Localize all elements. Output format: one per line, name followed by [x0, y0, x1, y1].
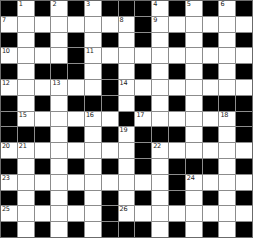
black-cell-r10c4	[68, 159, 84, 174]
clue-number-9: 9	[153, 17, 157, 24]
black-cell-r8c14	[236, 127, 252, 142]
black-cell-r8c1	[18, 127, 34, 142]
black-cell-r4c6	[102, 64, 118, 79]
white-cell-r0c3[interactable]: 2	[51, 1, 67, 16]
clue-number-18: 18	[220, 112, 228, 119]
white-cell-r5c4[interactable]	[68, 80, 84, 95]
white-cell-r12c1[interactable]	[18, 191, 34, 206]
black-cell-r6c5	[85, 96, 101, 111]
white-cell-r3c5[interactable]: 11	[85, 48, 101, 63]
black-cell-r12c14	[236, 191, 252, 206]
white-cell-r11c3[interactable]	[51, 175, 67, 190]
black-cell-r2c0	[1, 33, 17, 48]
white-cell-r10c5[interactable]	[85, 159, 101, 174]
white-cell-r7c4[interactable]	[68, 112, 84, 127]
white-cell-r11c7[interactable]	[119, 175, 135, 190]
white-cell-r13c11[interactable]	[186, 206, 202, 221]
black-cell-r12c2	[35, 191, 51, 206]
white-cell-r1c1[interactable]	[18, 17, 34, 32]
black-cell-r14c12	[203, 222, 219, 237]
white-cell-r4c1[interactable]	[18, 64, 34, 79]
black-cell-r12c12	[203, 191, 219, 206]
white-cell-r13c3[interactable]	[51, 206, 67, 221]
black-cell-r6c10	[169, 96, 185, 111]
black-cell-r7c0	[1, 112, 17, 127]
white-cell-r2c13[interactable]	[219, 33, 235, 48]
black-cell-r14c0	[1, 222, 17, 237]
black-cell-r8c12	[203, 127, 219, 142]
white-cell-r2c11[interactable]	[186, 33, 202, 48]
white-cell-r7c1[interactable]: 15	[18, 112, 34, 127]
white-cell-r2c1[interactable]	[18, 33, 34, 48]
white-cell-r6c9[interactable]	[152, 96, 168, 111]
black-cell-r0c8	[135, 1, 151, 16]
black-cell-r4c0	[1, 64, 17, 79]
white-cell-r12c7[interactable]	[119, 191, 135, 206]
black-cell-r6c12	[203, 96, 219, 111]
black-cell-r8c4	[68, 127, 84, 142]
clue-number-15: 15	[19, 112, 27, 119]
clue-number-8: 8	[120, 17, 124, 24]
white-cell-r9c9[interactable]: 22	[152, 143, 168, 158]
white-cell-r11c5[interactable]	[85, 175, 101, 190]
white-cell-r12c5[interactable]	[85, 191, 101, 206]
clue-number-19: 19	[120, 127, 128, 134]
white-cell-r13c14[interactable]	[236, 206, 252, 221]
white-cell-r3c0[interactable]: 10	[1, 48, 17, 63]
black-cell-r2c10	[169, 33, 185, 48]
white-cell-r1c5[interactable]	[85, 17, 101, 32]
clue-number-10: 10	[2, 48, 10, 55]
white-cell-r13c10[interactable]	[169, 206, 185, 221]
black-cell-r6c6	[102, 96, 118, 111]
clue-number-25: 25	[2, 206, 10, 213]
white-cell-r1c11[interactable]	[186, 17, 202, 32]
white-cell-r13c13[interactable]	[219, 206, 235, 221]
black-cell-r0c4	[68, 1, 84, 16]
crossword-page: 1234567891011121314151617181920212223242…	[0, 0, 253, 238]
black-cell-r4c4	[68, 64, 84, 79]
black-cell-r8c10	[169, 127, 185, 142]
black-cell-r10c10	[169, 159, 185, 174]
white-cell-r7c2[interactable]	[35, 112, 51, 127]
white-cell-r1c6[interactable]	[102, 17, 118, 32]
white-cell-r11c6[interactable]	[102, 175, 118, 190]
white-cell-r8c3[interactable]	[51, 127, 67, 142]
white-cell-r11c11[interactable]: 24	[186, 175, 202, 190]
black-cell-r6c2	[35, 96, 51, 111]
crossword-grid: 1234567891011121314151617181920212223242…	[0, 0, 253, 238]
clue-number-4: 4	[153, 1, 157, 8]
white-cell-r0c1[interactable]: 1	[18, 1, 34, 16]
white-cell-r8c13[interactable]	[219, 127, 235, 142]
black-cell-r2c14	[236, 33, 252, 48]
black-cell-r8c0	[1, 127, 17, 142]
clue-number-24: 24	[187, 175, 195, 182]
black-cell-r14c14	[236, 222, 252, 237]
black-cell-r8c2	[35, 127, 51, 142]
white-cell-r9c14[interactable]	[236, 143, 252, 158]
white-cell-r11c1[interactable]	[18, 175, 34, 190]
clue-number-6: 6	[220, 1, 224, 8]
white-cell-r9c7[interactable]	[119, 143, 135, 158]
white-cell-r11c2[interactable]	[35, 175, 51, 190]
white-cell-r9c0[interactable]: 20	[1, 143, 17, 158]
white-cell-r11c8[interactable]	[135, 175, 151, 190]
clue-number-26: 26	[120, 206, 128, 213]
white-cell-r5c8[interactable]	[135, 80, 151, 95]
white-cell-r3c9[interactable]	[152, 48, 168, 63]
white-cell-r2c7[interactable]	[119, 33, 135, 48]
black-cell-r4c12	[203, 64, 219, 79]
white-cell-r9c12[interactable]	[203, 143, 219, 158]
clue-number-14: 14	[120, 80, 128, 87]
black-cell-r10c6	[102, 159, 118, 174]
white-cell-r2c3[interactable]	[51, 33, 67, 48]
white-cell-r1c4[interactable]	[68, 17, 84, 32]
white-cell-r1c13[interactable]	[219, 17, 235, 32]
white-cell-r6c1[interactable]	[18, 96, 34, 111]
white-cell-r1c14[interactable]	[236, 17, 252, 32]
black-cell-r7c14	[236, 112, 252, 127]
clue-number-23: 23	[2, 175, 10, 182]
black-cell-r12c0	[1, 191, 17, 206]
white-cell-r14c5[interactable]	[85, 222, 101, 237]
white-cell-r3c8[interactable]	[135, 48, 151, 63]
white-cell-r8c7[interactable]: 19	[119, 127, 135, 142]
black-cell-r4c3	[51, 64, 67, 79]
white-cell-r11c9[interactable]	[152, 175, 168, 190]
black-cell-r10c2	[35, 159, 51, 174]
white-cell-r5c1[interactable]	[18, 80, 34, 95]
black-cell-r14c10	[169, 222, 185, 237]
white-cell-r12c13[interactable]	[219, 191, 235, 206]
black-cell-r14c2	[35, 222, 51, 237]
clue-number-20: 20	[2, 143, 10, 150]
black-cell-r5c6	[102, 80, 118, 95]
white-cell-r5c14[interactable]	[236, 80, 252, 95]
white-cell-r5c5[interactable]	[85, 80, 101, 95]
black-cell-r10c0	[1, 159, 17, 174]
clue-number-7: 7	[2, 17, 6, 24]
black-cell-r10c12	[203, 159, 219, 174]
black-cell-r0c0	[1, 1, 17, 16]
black-cell-r6c0	[1, 96, 17, 111]
black-cell-r0c6	[102, 1, 118, 16]
white-cell-r8c11[interactable]	[186, 127, 202, 142]
black-cell-r3c4	[68, 48, 84, 63]
white-cell-r5c2[interactable]	[35, 80, 51, 95]
white-cell-r5c9[interactable]	[152, 80, 168, 95]
black-cell-r6c14	[236, 96, 252, 111]
black-cell-r7c7	[119, 112, 135, 127]
black-cell-r0c7	[119, 1, 135, 16]
white-cell-r13c8[interactable]	[135, 206, 151, 221]
white-cell-r10c3[interactable]	[51, 159, 67, 174]
white-cell-r14c3[interactable]	[51, 222, 67, 237]
black-cell-r2c12	[203, 33, 219, 48]
black-cell-r13c6	[102, 206, 118, 221]
clue-number-22: 22	[153, 143, 161, 150]
clue-number-11: 11	[86, 48, 94, 55]
white-cell-r1c12[interactable]	[203, 17, 219, 32]
black-cell-r1c8	[135, 17, 151, 32]
clue-number-5: 5	[187, 1, 191, 8]
white-cell-r4c7[interactable]	[119, 64, 135, 79]
black-cell-r4c8	[135, 64, 151, 79]
white-cell-r13c5[interactable]	[85, 206, 101, 221]
white-cell-r0c5[interactable]: 3	[85, 1, 101, 16]
white-cell-r0c13[interactable]: 6	[219, 1, 235, 16]
white-cell-r7c5[interactable]: 16	[85, 112, 101, 127]
white-cell-r12c9[interactable]	[152, 191, 168, 206]
white-cell-r1c0[interactable]: 7	[1, 17, 17, 32]
white-cell-r6c7[interactable]	[119, 96, 135, 111]
white-cell-r11c12[interactable]	[203, 175, 219, 190]
black-cell-r14c8	[135, 222, 151, 237]
black-cell-r6c8	[135, 96, 151, 111]
white-cell-r5c11[interactable]	[186, 80, 202, 95]
white-cell-r13c7[interactable]: 26	[119, 206, 135, 221]
white-cell-r11c4[interactable]	[68, 175, 84, 190]
clue-number-2: 2	[52, 1, 56, 8]
black-cell-r2c2	[35, 33, 51, 48]
white-cell-r13c12[interactable]	[203, 206, 219, 221]
black-cell-r0c12	[203, 1, 219, 16]
white-cell-r11c13[interactable]	[219, 175, 235, 190]
white-cell-r2c9[interactable]	[152, 33, 168, 48]
white-cell-r1c7[interactable]: 8	[119, 17, 135, 32]
black-cell-r2c8	[135, 33, 151, 48]
white-cell-r14c9[interactable]	[152, 222, 168, 237]
white-cell-r7c10[interactable]	[169, 112, 185, 127]
white-cell-r11c14[interactable]	[236, 175, 252, 190]
white-cell-r9c10[interactable]	[169, 143, 185, 158]
white-cell-r10c7[interactable]	[119, 159, 135, 174]
white-cell-r0c9[interactable]: 4	[152, 1, 168, 16]
black-cell-r10c14	[236, 159, 252, 174]
white-cell-r3c7[interactable]	[119, 48, 135, 63]
black-cell-r4c10	[169, 64, 185, 79]
white-cell-r14c1[interactable]	[18, 222, 34, 237]
clue-number-1: 1	[19, 1, 23, 8]
white-cell-r11c0[interactable]: 23	[1, 175, 17, 190]
black-cell-r12c8	[135, 191, 151, 206]
white-cell-r1c3[interactable]	[51, 17, 67, 32]
white-cell-r7c11[interactable]	[186, 112, 202, 127]
white-cell-r9c13[interactable]	[219, 143, 235, 158]
black-cell-r10c11	[186, 159, 202, 174]
black-cell-r12c4	[68, 191, 84, 206]
white-cell-r4c5[interactable]	[85, 64, 101, 79]
black-cell-r2c6	[102, 33, 118, 48]
white-cell-r5c13[interactable]	[219, 80, 235, 95]
white-cell-r6c11[interactable]	[186, 96, 202, 111]
white-cell-r4c11[interactable]	[186, 64, 202, 79]
white-cell-r3c6[interactable]	[102, 48, 118, 63]
black-cell-r8c6	[102, 127, 118, 142]
white-cell-r3c11[interactable]	[186, 48, 202, 63]
black-cell-r6c13	[219, 96, 235, 111]
black-cell-r2c4	[68, 33, 84, 48]
white-cell-r9c1[interactable]: 21	[18, 143, 34, 158]
black-cell-r4c2	[35, 64, 51, 79]
white-cell-r0c11[interactable]: 5	[186, 1, 202, 16]
white-cell-r10c1[interactable]	[18, 159, 34, 174]
white-cell-r12c11[interactable]	[186, 191, 202, 206]
clue-number-21: 21	[19, 143, 27, 150]
white-cell-r13c4[interactable]	[68, 206, 84, 221]
clue-number-3: 3	[86, 1, 90, 8]
white-cell-r9c2[interactable]	[35, 143, 51, 158]
white-cell-r7c6[interactable]	[102, 112, 118, 127]
black-cell-r12c6	[102, 191, 118, 206]
white-cell-r4c13[interactable]	[219, 64, 235, 79]
white-cell-r7c12[interactable]	[203, 112, 219, 127]
black-cell-r4c14	[236, 64, 252, 79]
white-cell-r3c10[interactable]	[169, 48, 185, 63]
white-cell-r14c11[interactable]	[186, 222, 202, 237]
white-cell-r12c3[interactable]	[51, 191, 67, 206]
black-cell-r12c10	[169, 191, 185, 206]
white-cell-r5c0[interactable]: 12	[1, 80, 17, 95]
white-cell-r5c7[interactable]: 14	[119, 80, 135, 95]
black-cell-r8c9	[152, 127, 168, 142]
black-cell-r0c10	[169, 1, 185, 16]
white-cell-r7c8[interactable]: 17	[135, 112, 151, 127]
black-cell-r8c8	[135, 127, 151, 142]
clue-number-17: 17	[136, 112, 144, 119]
white-cell-r6c3[interactable]	[51, 96, 67, 111]
white-cell-r13c9[interactable]	[152, 206, 168, 221]
white-cell-r3c12[interactable]	[203, 48, 219, 63]
white-cell-r3c13[interactable]	[219, 48, 235, 63]
white-cell-r10c13[interactable]	[219, 159, 235, 174]
white-cell-r1c9[interactable]: 9	[152, 17, 168, 32]
white-cell-r13c1[interactable]	[18, 206, 34, 221]
clue-number-12: 12	[2, 80, 10, 87]
white-cell-r8c5[interactable]	[85, 127, 101, 142]
white-cell-r13c0[interactable]: 25	[1, 206, 17, 221]
white-cell-r10c9[interactable]	[152, 159, 168, 174]
white-cell-r4c9[interactable]	[152, 64, 168, 79]
black-cell-r0c2	[35, 1, 51, 16]
white-cell-r3c3[interactable]	[51, 48, 67, 63]
white-cell-r5c3[interactable]: 13	[51, 80, 67, 95]
white-cell-r13c2[interactable]	[35, 206, 51, 221]
white-cell-r14c13[interactable]	[219, 222, 235, 237]
black-cell-r9c8	[135, 143, 151, 158]
white-cell-r2c5[interactable]	[85, 33, 101, 48]
white-cell-r5c12[interactable]	[203, 80, 219, 95]
white-cell-r1c10[interactable]	[169, 17, 185, 32]
white-cell-r9c4[interactable]	[68, 143, 84, 158]
white-cell-r3c1[interactable]	[18, 48, 34, 63]
white-cell-r9c6[interactable]	[102, 143, 118, 158]
black-cell-r14c6	[102, 222, 118, 237]
white-cell-r7c9[interactable]	[152, 112, 168, 127]
white-cell-r9c5[interactable]	[85, 143, 101, 158]
black-cell-r14c7	[119, 222, 135, 237]
white-cell-r5c10[interactable]	[169, 80, 185, 95]
black-cell-r14c4	[68, 222, 84, 237]
white-cell-r9c3[interactable]	[51, 143, 67, 158]
white-cell-r3c14[interactable]	[236, 48, 252, 63]
clue-number-13: 13	[52, 80, 60, 87]
white-cell-r1c2[interactable]	[35, 17, 51, 32]
white-cell-r7c3[interactable]	[51, 112, 67, 127]
clue-number-16: 16	[86, 112, 94, 119]
white-cell-r3c2[interactable]	[35, 48, 51, 63]
white-cell-r7c13[interactable]: 18	[219, 112, 235, 127]
white-cell-r9c11[interactable]	[186, 143, 202, 158]
black-cell-r0c14	[236, 1, 252, 16]
black-cell-r6c4	[68, 96, 84, 111]
black-cell-r10c8	[135, 159, 151, 174]
black-cell-r11c10	[169, 175, 185, 190]
